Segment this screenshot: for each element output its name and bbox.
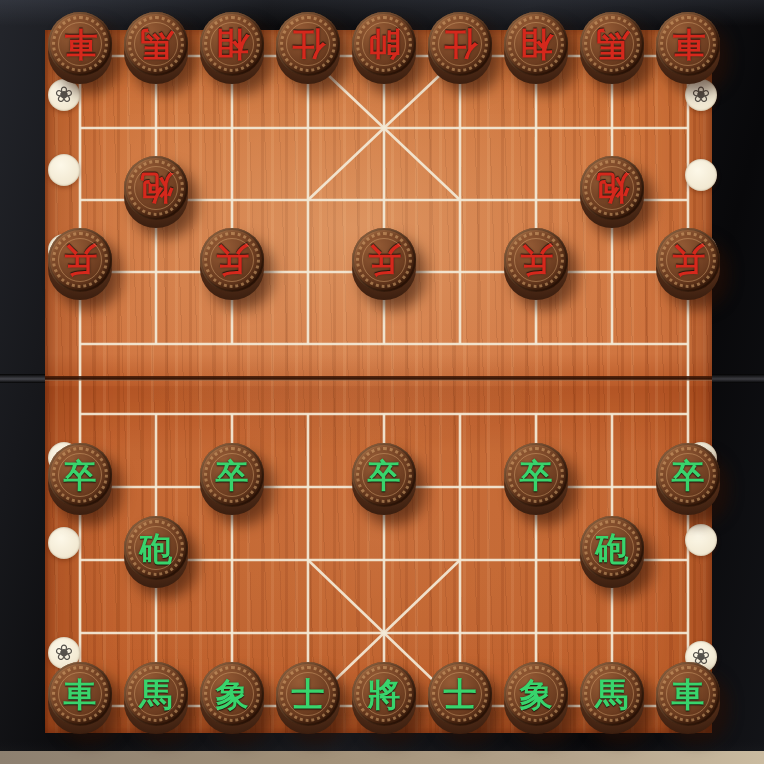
piece-character: 士: [292, 678, 325, 711]
blank-marker: [685, 524, 717, 556]
piece-character: 相: [520, 28, 553, 61]
piece-character: 兵: [672, 244, 705, 277]
piece-red-horse[interactable]: 馬: [123, 12, 189, 86]
piece-green-soldier[interactable]: 卒: [655, 443, 721, 517]
piece-green-horse[interactable]: 馬: [579, 662, 645, 736]
piece-green-general[interactable]: 將: [351, 662, 417, 736]
flower-icon: ❀: [55, 84, 73, 106]
piece-green-soldier[interactable]: 卒: [503, 443, 569, 517]
xiangqi-board-photo: ❀❀❀❀❀❀❀❀ 車馬相仕帥仕相馬車炮炮兵兵兵兵兵卒卒卒卒卒砲砲車馬象士將士象馬…: [0, 0, 764, 764]
piece-face: 相: [504, 12, 568, 76]
piece-face: 炮: [580, 156, 644, 220]
piece-face: 砲: [124, 516, 188, 580]
piece-face: 相: [200, 12, 264, 76]
piece-character: 卒: [520, 459, 553, 492]
table-surface: [0, 751, 764, 764]
piece-character: 卒: [368, 459, 401, 492]
piece-red-advisor[interactable]: 仕: [427, 12, 493, 86]
piece-green-chariot[interactable]: 車: [655, 662, 721, 736]
piece-red-horse[interactable]: 馬: [579, 12, 645, 86]
piece-green-cannon[interactable]: 砲: [579, 516, 645, 590]
piece-face: 兵: [656, 228, 720, 292]
piece-face: 卒: [656, 443, 720, 507]
piece-red-soldier[interactable]: 兵: [503, 228, 569, 302]
piece-character: 象: [520, 678, 553, 711]
piece-character: 馬: [596, 678, 629, 711]
piece-green-elephant[interactable]: 象: [199, 662, 265, 736]
piece-green-chariot[interactable]: 車: [47, 662, 113, 736]
piece-character: 馬: [140, 678, 173, 711]
piece-face: 兵: [200, 228, 264, 292]
piece-face: 帥: [352, 12, 416, 76]
piece-face: 將: [352, 662, 416, 726]
piece-character: 砲: [596, 532, 629, 565]
piece-green-soldier[interactable]: 卒: [47, 443, 113, 517]
blank-marker: [48, 527, 80, 559]
piece-red-soldier[interactable]: 兵: [655, 228, 721, 302]
piece-red-general[interactable]: 帥: [351, 12, 417, 86]
piece-red-elephant[interactable]: 相: [503, 12, 569, 86]
piece-face: 士: [276, 662, 340, 726]
piece-face: 車: [656, 662, 720, 726]
piece-red-advisor[interactable]: 仕: [275, 12, 341, 86]
blank-marker: [48, 154, 80, 186]
piece-character: 卒: [64, 459, 97, 492]
piece-character: 車: [672, 678, 705, 711]
piece-character: 馬: [140, 28, 173, 61]
piece-face: 車: [48, 662, 112, 726]
piece-character: 卒: [216, 459, 249, 492]
piece-green-horse[interactable]: 馬: [123, 662, 189, 736]
piece-red-chariot[interactable]: 車: [47, 12, 113, 86]
piece-character: 兵: [64, 244, 97, 277]
piece-character: 炮: [140, 172, 173, 205]
piece-character: 卒: [672, 459, 705, 492]
piece-character: 兵: [368, 244, 401, 277]
piece-green-advisor[interactable]: 士: [427, 662, 493, 736]
piece-green-elephant[interactable]: 象: [503, 662, 569, 736]
flower-icon: ❀: [692, 84, 710, 106]
piece-face: 卒: [48, 443, 112, 507]
piece-face: 士: [428, 662, 492, 726]
piece-character: 車: [672, 28, 705, 61]
piece-red-cannon[interactable]: 炮: [579, 156, 645, 230]
piece-face: 馬: [124, 662, 188, 726]
piece-face: 車: [656, 12, 720, 76]
piece-character: 車: [64, 678, 97, 711]
board-wood: [45, 30, 712, 733]
piece-character: 仕: [444, 28, 477, 61]
piece-red-chariot[interactable]: 車: [655, 12, 721, 86]
board-grid: [45, 30, 712, 733]
piece-green-advisor[interactable]: 士: [275, 662, 341, 736]
piece-face: 馬: [580, 662, 644, 726]
piece-face: 象: [200, 662, 264, 726]
piece-face: 仕: [276, 12, 340, 76]
piece-green-cannon[interactable]: 砲: [123, 516, 189, 590]
piece-face: 卒: [200, 443, 264, 507]
frame-hinge-left: [0, 374, 45, 383]
piece-character: 士: [444, 678, 477, 711]
piece-face: 兵: [504, 228, 568, 292]
piece-character: 兵: [216, 244, 249, 277]
piece-face: 兵: [48, 228, 112, 292]
blank-marker: [685, 159, 717, 191]
piece-face: 卒: [352, 443, 416, 507]
piece-face: 車: [48, 12, 112, 76]
piece-face: 馬: [580, 12, 644, 76]
piece-face: 馬: [124, 12, 188, 76]
piece-character: 帥: [368, 28, 401, 61]
piece-character: 兵: [520, 244, 553, 277]
piece-green-soldier[interactable]: 卒: [199, 443, 265, 517]
frame-hinge-right: [712, 374, 764, 383]
piece-red-soldier[interactable]: 兵: [199, 228, 265, 302]
piece-character: 炮: [596, 172, 629, 205]
flower-icon: ❀: [55, 642, 73, 664]
piece-character: 相: [216, 28, 249, 61]
piece-face: 砲: [580, 516, 644, 580]
piece-red-soldier[interactable]: 兵: [351, 228, 417, 302]
piece-character: 將: [368, 678, 401, 711]
piece-green-soldier[interactable]: 卒: [351, 443, 417, 517]
piece-character: 砲: [140, 532, 173, 565]
piece-red-elephant[interactable]: 相: [199, 12, 265, 86]
piece-face: 仕: [428, 12, 492, 76]
inner-file-lines: [156, 56, 612, 706]
piece-character: 仕: [292, 28, 325, 61]
piece-character: 馬: [596, 28, 629, 61]
piece-face: 炮: [124, 156, 188, 220]
piece-character: 車: [64, 28, 97, 61]
piece-face: 卒: [504, 443, 568, 507]
fold-seam: [45, 376, 712, 381]
piece-face: 象: [504, 662, 568, 726]
piece-character: 象: [216, 678, 249, 711]
piece-face: 兵: [352, 228, 416, 292]
piece-red-soldier[interactable]: 兵: [47, 228, 113, 302]
piece-red-cannon[interactable]: 炮: [123, 156, 189, 230]
